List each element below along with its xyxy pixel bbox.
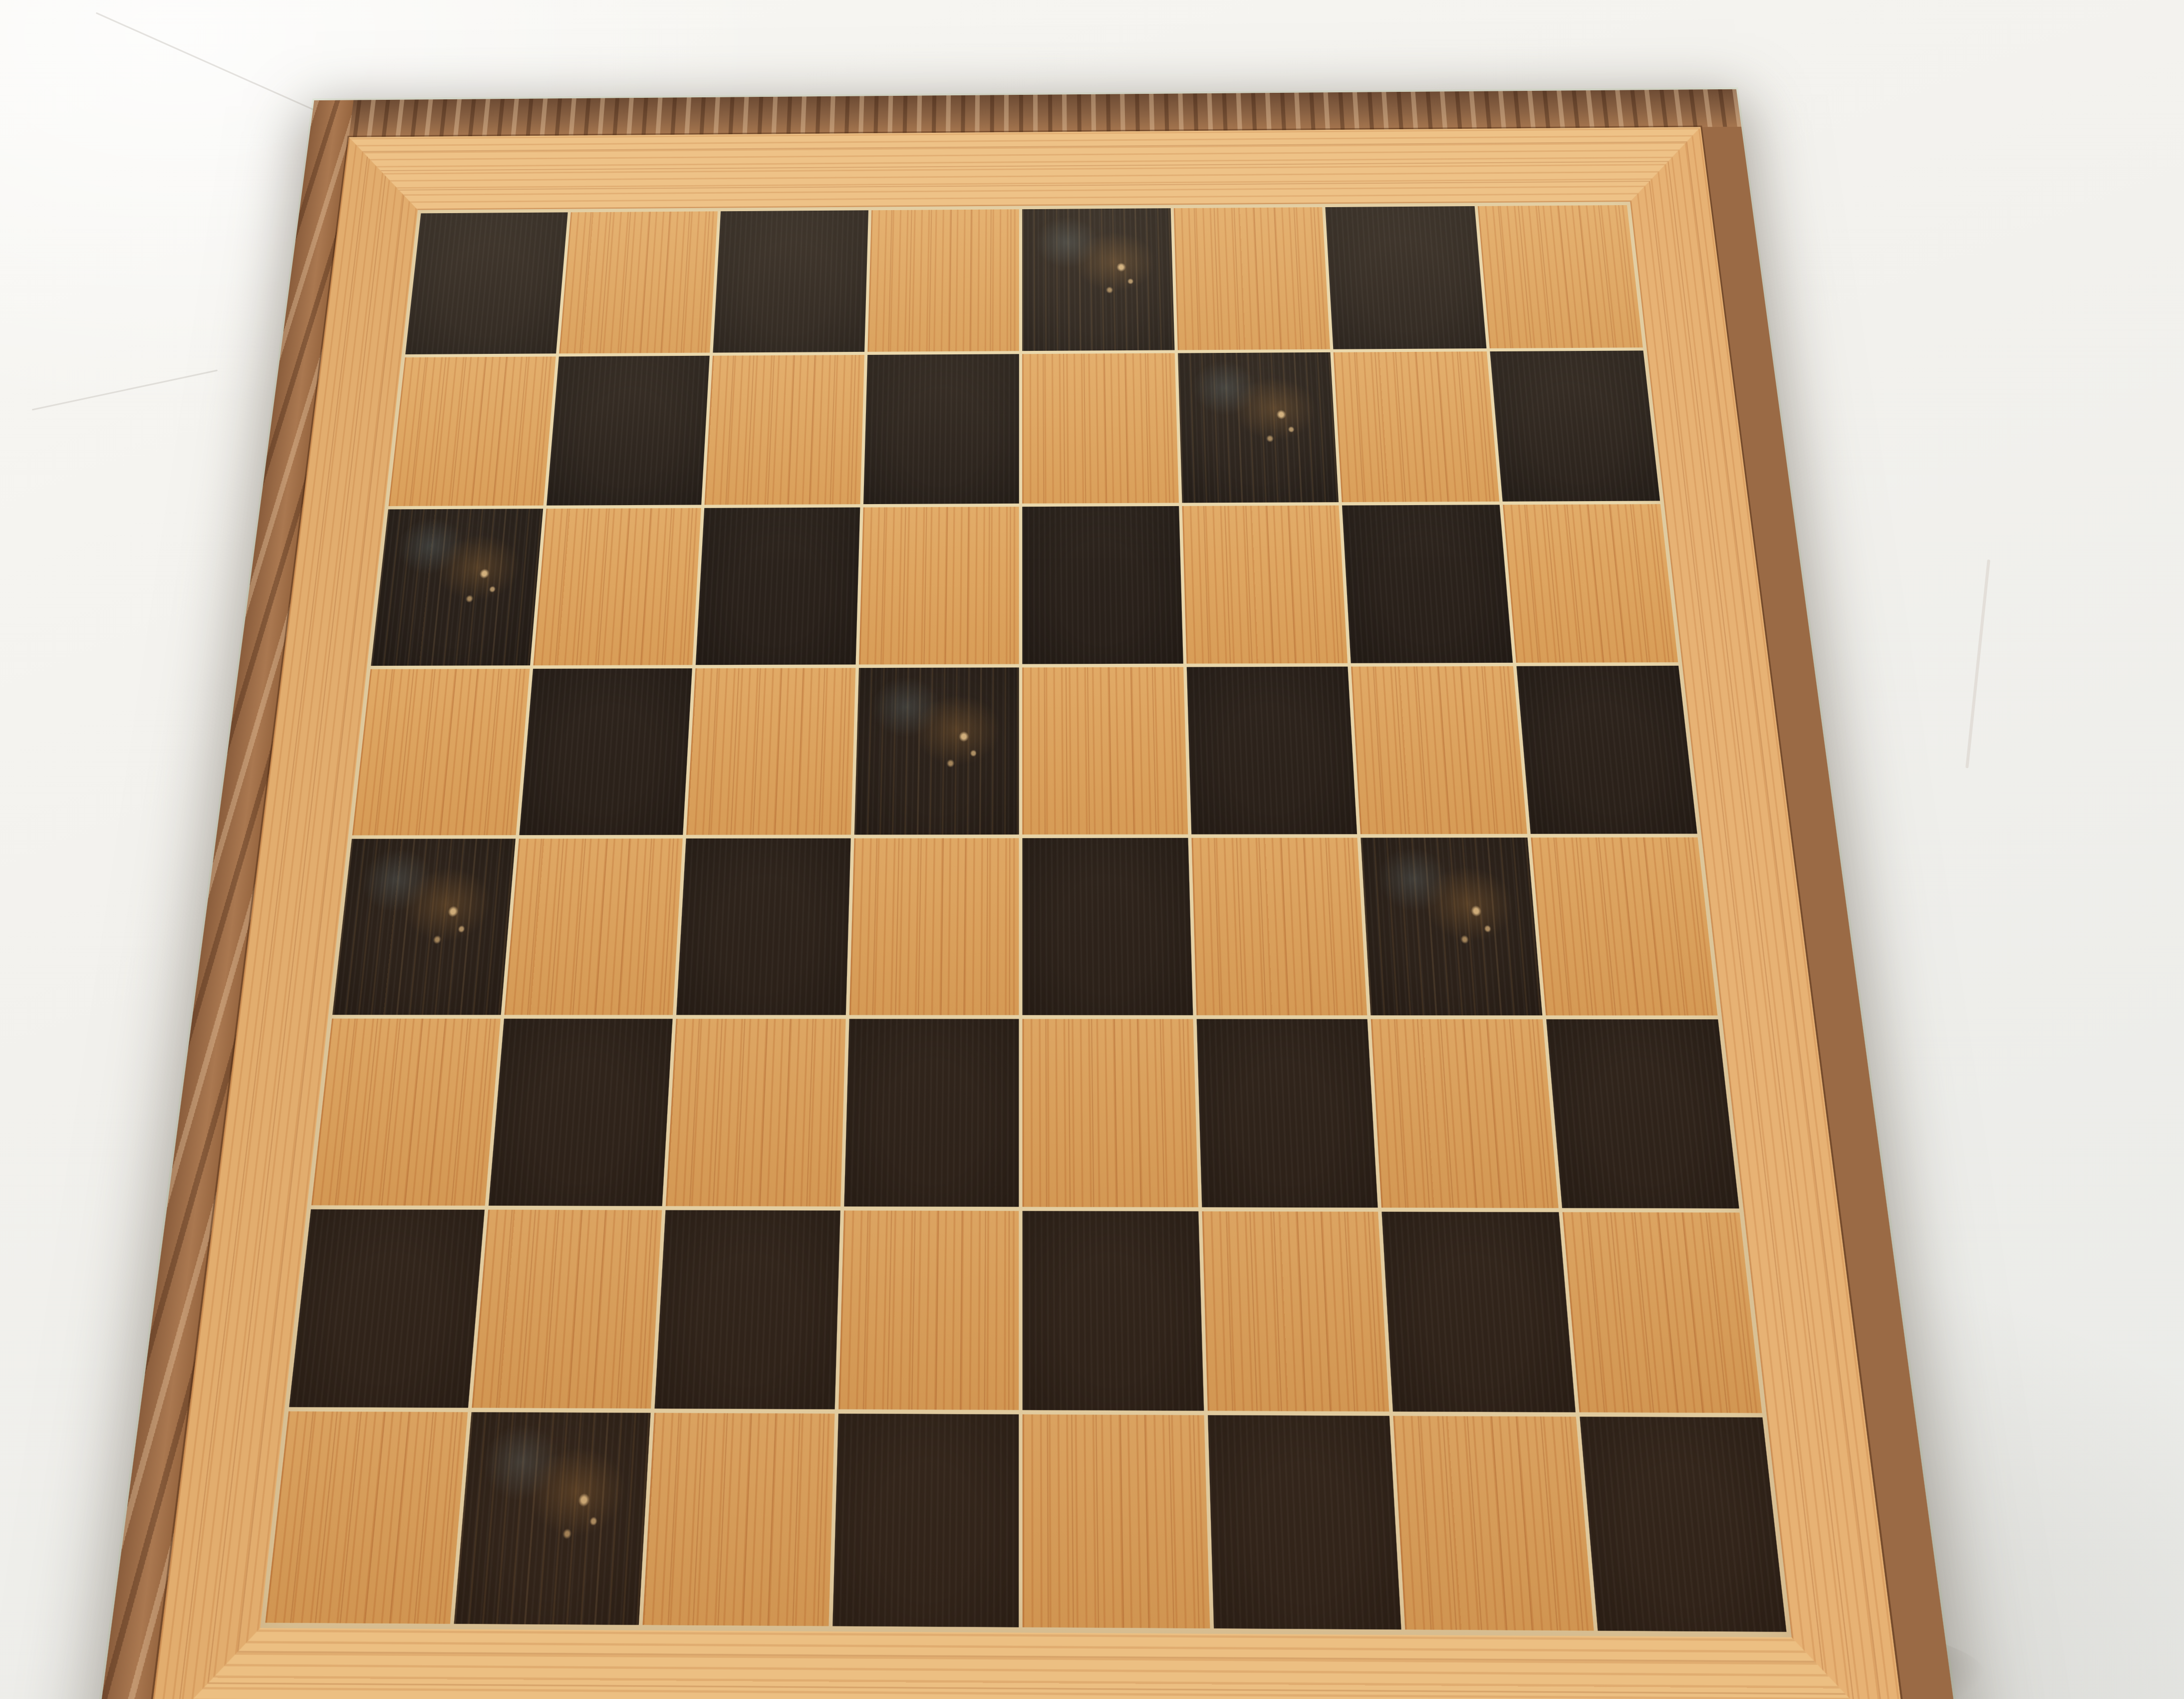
square-c3[interactable] <box>666 1019 845 1206</box>
square-d2[interactable] <box>838 1210 1019 1411</box>
square-d3[interactable] <box>844 1019 1019 1206</box>
square-c8[interactable] <box>713 210 868 352</box>
square-g5[interactable] <box>1351 666 1527 834</box>
square-c7[interactable] <box>705 355 864 505</box>
square-g8[interactable] <box>1325 206 1486 349</box>
square-b6[interactable] <box>533 508 701 665</box>
square-h3[interactable] <box>1546 1019 1739 1208</box>
square-e6[interactable] <box>1022 506 1183 664</box>
square-b2[interactable] <box>472 1209 662 1409</box>
square-b5[interactable] <box>519 668 692 835</box>
square-b8[interactable] <box>559 211 718 353</box>
square-c5[interactable] <box>686 668 855 835</box>
square-e7[interactable] <box>1022 353 1178 503</box>
background-scratch <box>32 370 218 411</box>
square-f4[interactable] <box>1191 838 1367 1015</box>
square-a8[interactable] <box>405 212 567 354</box>
square-e8[interactable] <box>1022 208 1174 351</box>
square-d1[interactable] <box>832 1414 1019 1628</box>
square-g3[interactable] <box>1371 1019 1558 1208</box>
background-scratch <box>1965 560 1990 768</box>
square-h8[interactable] <box>1477 205 1642 348</box>
square-f7[interactable] <box>1177 352 1339 503</box>
square-g4[interactable] <box>1361 838 1542 1015</box>
square-h1[interactable] <box>1580 1417 1787 1632</box>
square-a6[interactable] <box>371 509 543 666</box>
square-a7[interactable] <box>389 356 556 506</box>
square-f1[interactable] <box>1207 1416 1401 1630</box>
frame-top-rail <box>340 127 1710 210</box>
square-h7[interactable] <box>1490 350 1660 501</box>
square-b1[interactable] <box>454 1413 651 1625</box>
square-d8[interactable] <box>867 209 1019 351</box>
frame-bottom-rail <box>147 1628 1909 1699</box>
square-e1[interactable] <box>1023 1415 1210 1628</box>
square-d4[interactable] <box>849 838 1019 1015</box>
square-a4[interactable] <box>332 839 515 1015</box>
square-d5[interactable] <box>854 668 1019 835</box>
background-scratch <box>96 12 333 119</box>
square-c2[interactable] <box>655 1210 840 1410</box>
square-f2[interactable] <box>1202 1211 1389 1412</box>
square-b3[interactable] <box>488 1019 672 1206</box>
photo-background <box>0 0 2184 1699</box>
square-e4[interactable] <box>1022 838 1192 1015</box>
square-a1[interactable] <box>265 1412 467 1624</box>
square-g1[interactable] <box>1393 1416 1593 1631</box>
square-a5[interactable] <box>352 669 530 835</box>
square-a2[interactable] <box>289 1209 484 1408</box>
square-e3[interactable] <box>1023 1019 1198 1207</box>
square-e5[interactable] <box>1022 667 1187 835</box>
square-h2[interactable] <box>1562 1212 1762 1414</box>
square-g2[interactable] <box>1381 1211 1575 1413</box>
square-e2[interactable] <box>1023 1210 1204 1411</box>
square-b4[interactable] <box>504 839 683 1015</box>
square-h5[interactable] <box>1516 666 1697 834</box>
square-c6[interactable] <box>696 507 860 665</box>
games-table-top <box>83 89 1975 1699</box>
square-g7[interactable] <box>1334 351 1499 502</box>
square-h4[interactable] <box>1531 838 1718 1016</box>
square-d6[interactable] <box>859 507 1019 665</box>
square-d7[interactable] <box>863 354 1019 504</box>
square-f8[interactable] <box>1173 207 1330 350</box>
square-f3[interactable] <box>1196 1019 1378 1207</box>
square-c4[interactable] <box>676 839 850 1015</box>
square-b7[interactable] <box>546 355 710 505</box>
square-h6[interactable] <box>1503 504 1678 663</box>
checkerboard <box>260 202 1791 1637</box>
square-g6[interactable] <box>1342 505 1513 663</box>
square-f6[interactable] <box>1182 505 1348 664</box>
board-frame <box>147 127 1909 1699</box>
square-a3[interactable] <box>311 1018 501 1205</box>
square-f5[interactable] <box>1186 667 1357 835</box>
square-c1[interactable] <box>643 1413 834 1626</box>
